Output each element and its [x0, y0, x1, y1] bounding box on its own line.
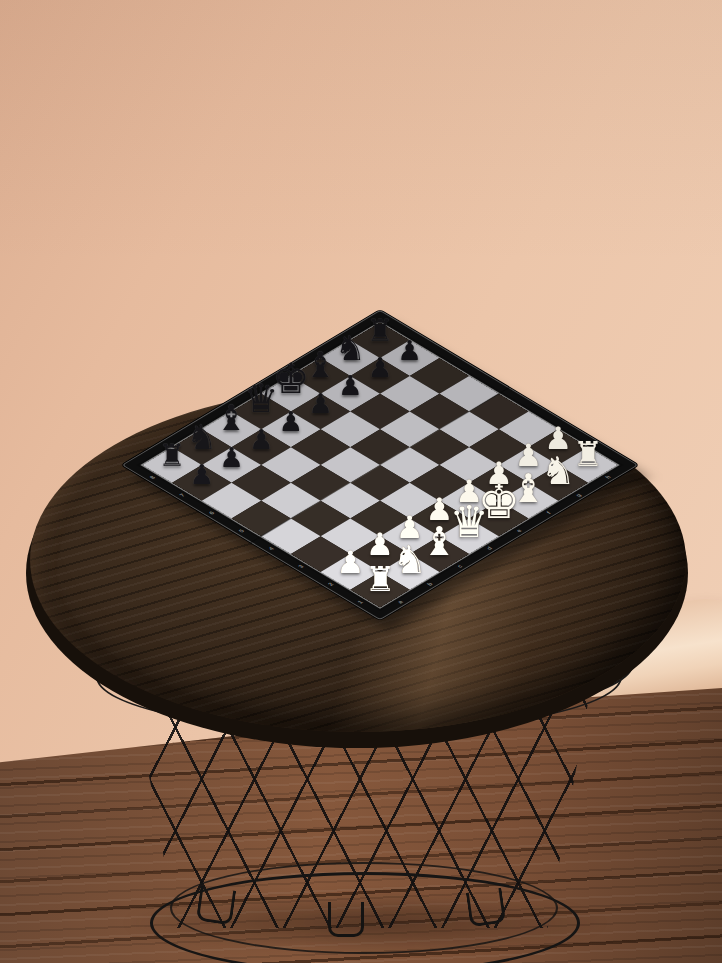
basket-foot [466, 888, 507, 928]
basket-foot [196, 886, 237, 926]
basket-foot [328, 902, 364, 937]
